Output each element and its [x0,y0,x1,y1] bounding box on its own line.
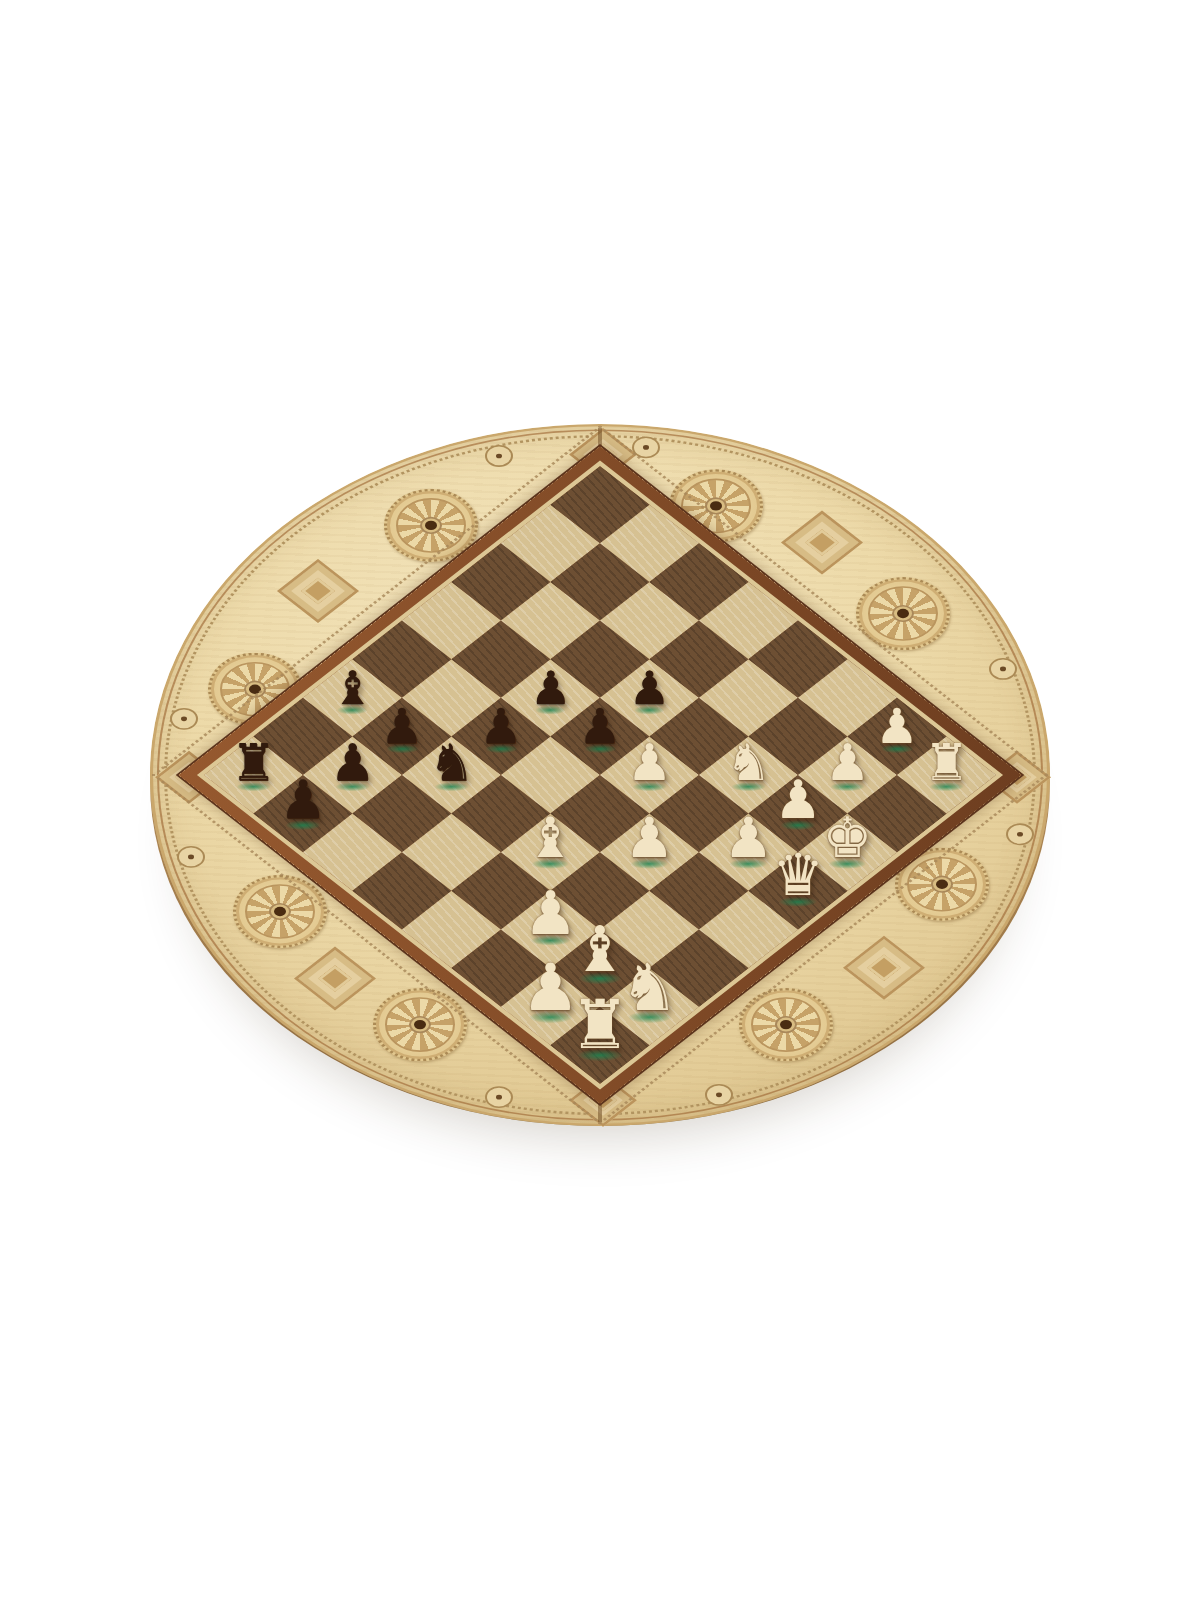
dot-center [1017,832,1023,837]
piece-white-pawn-e2[interactable]: ♟ [724,812,774,865]
pawn-icon: ♟ [279,776,327,827]
piece-black-pawn-e5[interactable]: ♟ [578,703,621,749]
pawn-icon: ♟ [530,667,571,711]
pawn-icon: ♟ [330,739,376,787]
piece-black-pawn-c7[interactable]: ♟ [380,703,423,749]
pawn-icon: ♟ [825,739,871,787]
rosette-center-dot [780,1020,792,1029]
piece-black-pawn-e6[interactable]: ♟ [530,667,571,711]
piece-white-rook-a1[interactable]: ♜ [570,994,631,1058]
circle-dot-carving [1006,823,1034,845]
piece-white-pawn-d3[interactable]: ♟ [625,812,675,865]
rook-icon: ♜ [570,994,631,1058]
piece-white-bishop-c4[interactable]: ♝ [526,812,576,865]
rosette-center-dot [425,521,437,530]
pawn-icon: ♟ [627,739,673,787]
piece-black-pawn-d6[interactable]: ♟ [479,703,522,749]
piece-white-knight-f3[interactable]: ♞ [726,739,772,787]
rook-icon: ♜ [924,739,970,787]
piece-white-pawn-b3[interactable]: ♟ [523,885,577,942]
queen-icon: ♛ [772,848,824,903]
dot-center [181,717,187,722]
rosette-center-dot [274,907,286,916]
diamond-inner [804,529,839,557]
pawn-icon: ♟ [578,703,621,749]
rosette-center-dot [897,609,909,618]
pawn-icon: ♟ [523,885,577,942]
piece-black-pawn-b7[interactable]: ♟ [330,739,376,787]
pawn-icon: ♟ [724,812,774,865]
bishop-icon: ♝ [332,667,373,711]
piece-white-queen-e1[interactable]: ♛ [772,848,824,903]
pawn-icon: ♟ [875,703,918,749]
piece-white-pawn-h2[interactable]: ♟ [875,703,918,749]
dot-center [496,453,502,458]
piece-black-rook-a8[interactable]: ♜ [231,739,277,787]
piece-black-bishop-c8[interactable]: ♝ [332,667,373,711]
chess-board: ♜♝♛♚♟♟♟♞♜♞♟♟♝♟♟♟♟♝♟♟♞♟♝♟♟♟♟♜♞♛♚♜ [150,424,1050,1126]
piece-white-pawn-g2[interactable]: ♟ [825,739,871,787]
piece-white-king-f1[interactable]: ♚ [823,812,873,865]
product-photo-stage: ♜♝♛♚♟♟♟♞♜♞♟♟♝♟♟♟♟♝♟♟♞♟♝♟♟♟♟♜♞♛♚♜ [0,0,1200,1600]
bishop-icon: ♝ [526,812,576,865]
circle-dot-carving [989,658,1017,680]
diamond-inner [300,577,335,605]
piece-black-pawn-f5[interactable]: ♟ [629,667,670,711]
pawn-icon: ♟ [629,667,670,711]
pawn-icon: ♟ [625,812,675,865]
dot-center [1000,667,1006,672]
rosette-center-dot [710,501,722,510]
rosette-center-dot [936,880,948,889]
pawn-icon: ♟ [774,776,822,827]
dot-center [643,445,649,450]
diamond-inner [866,954,901,982]
diamond-inner [318,965,353,993]
piece-white-pawn-e4[interactable]: ♟ [627,739,673,787]
piece-white-rook-h1[interactable]: ♜ [924,739,970,787]
dot-center [496,1095,502,1100]
knight-icon: ♞ [726,739,772,787]
piece-black-pawn-a7[interactable]: ♟ [279,776,327,827]
pawn-icon: ♟ [479,703,522,749]
king-icon: ♚ [823,812,873,865]
pawn-icon: ♟ [380,703,423,749]
dot-center [716,1092,722,1097]
knight-icon: ♞ [429,739,475,787]
piece-white-pawn-f2[interactable]: ♟ [774,776,822,827]
circle-dot-carving [177,846,205,868]
piece-black-knight-c6[interactable]: ♞ [429,739,475,787]
rosette-center-dot [414,1020,426,1029]
rook-icon: ♜ [231,739,277,787]
circle-dot-carving [485,445,513,467]
dot-center [188,854,194,859]
circle-dot-carving [705,1084,733,1106]
